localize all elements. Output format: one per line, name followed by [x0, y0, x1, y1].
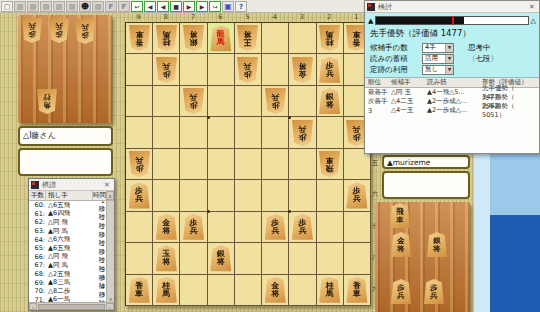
square-8-8[interactable]: 玉将	[153, 243, 180, 274]
shogi-piece-歩兵[interactable]: 歩兵	[265, 214, 286, 240]
analysis-titlebar[interactable]: 検討 ✕	[365, 1, 539, 13]
square-5-9[interactable]	[235, 275, 262, 306]
file-label: 4	[261, 13, 288, 22]
square-7-3[interactable]: 歩兵	[180, 86, 207, 117]
square-9-1[interactable]: 香車	[126, 23, 153, 54]
piece-char-top: 桂	[326, 38, 334, 46]
square-2-5[interactable]: 飛車	[317, 149, 344, 180]
square-2-4[interactable]	[317, 117, 344, 148]
kifu-header-move: 指し手	[46, 191, 93, 200]
desktop-background-blue	[490, 215, 540, 312]
shogi-piece-歩兵[interactable]: 歩兵	[319, 57, 340, 83]
piece-char-top: 歩	[81, 32, 89, 39]
piece-char-bottom: 馬	[217, 38, 225, 46]
square-3-7[interactable]: 歩兵	[289, 212, 316, 243]
square-7-4[interactable]	[180, 117, 207, 148]
piece-char-bottom: 車	[353, 290, 361, 298]
shogi-piece-金将[interactable]: 金将	[292, 57, 313, 83]
piece-char-bottom: 将	[162, 258, 170, 266]
piece-char-bottom: 車	[135, 30, 143, 38]
kifu-header-row: 手数 指し手 時間 ∧	[29, 191, 114, 201]
square-6-3[interactable]	[208, 86, 235, 117]
square-2-9[interactable]: 桂馬	[317, 275, 344, 306]
square-9-3[interactable]	[126, 86, 153, 117]
piece-char-top: 歩	[135, 164, 143, 172]
chevron-down-icon: ▼	[445, 66, 453, 74]
kifu-move-number: 69:	[29, 279, 45, 287]
square-2-1[interactable]: 桂馬	[317, 23, 344, 54]
shogi-piece-歩兵[interactable]: 歩兵	[129, 182, 150, 208]
square-8-5[interactable]	[153, 149, 180, 180]
board-edit-button[interactable]: ▨	[40, 1, 52, 12]
gote-hand-piece-角行[interactable]: 角行	[37, 89, 57, 114]
open-file-button[interactable]: ▨	[14, 1, 26, 12]
piece-char-top: 歩	[162, 70, 170, 78]
candidates-count-label: 候補手の数	[370, 43, 422, 53]
square-5-8[interactable]	[235, 243, 262, 274]
shogi-piece-歩兵[interactable]: 歩兵	[129, 151, 150, 177]
kifu-header-moveno: 手数	[29, 191, 46, 200]
scroll-up-icon[interactable]: ∧	[106, 191, 114, 200]
square-9-2[interactable]	[126, 54, 153, 85]
gote-name: △I藤さん	[23, 131, 56, 140]
shogi-piece-歩兵[interactable]: 歩兵	[237, 57, 258, 83]
square-7-1[interactable]: 銀将	[180, 23, 207, 54]
square-7-9[interactable]	[180, 275, 207, 306]
scroll-right-icon[interactable]: ›	[106, 303, 114, 310]
kifu-move-number: 67:	[29, 261, 45, 269]
setting-memory: 読みの蓄積 活用 ▼ 〈七段〉	[365, 53, 539, 64]
candidate-move: △4二玉	[391, 97, 427, 106]
shogi-piece-歩兵[interactable]: 歩兵	[183, 88, 204, 114]
piece-char-bottom: 行	[43, 94, 51, 101]
square-6-7[interactable]	[208, 212, 235, 243]
shogi-piece-歩兵[interactable]: 歩兵	[156, 57, 177, 83]
kifu-move-number: 61:	[29, 210, 45, 218]
piece-char-top: 銀	[433, 237, 441, 244]
square-5-4[interactable]	[235, 117, 262, 148]
square-9-7[interactable]	[126, 212, 153, 243]
square-4-6[interactable]	[262, 180, 289, 211]
piece-char-bottom: 将	[433, 245, 441, 252]
file-label: 6	[207, 13, 234, 22]
piece-char-bottom: 将	[271, 290, 279, 298]
shogi-piece-龍馬[interactable]: 龍馬	[210, 25, 231, 51]
piece-char-bottom: 兵	[81, 24, 89, 31]
kifu-move-text: ▲6一馬	[45, 295, 97, 302]
square-3-9[interactable]	[289, 275, 316, 306]
nav-back10-button[interactable]: ◀	[144, 1, 156, 12]
piece-char-top: 香	[353, 38, 361, 46]
candidate-row[interactable]: 3△4一玉▲2一歩成△…先手勝勢（ 5051）	[365, 106, 539, 115]
gote-hand-piece-歩兵[interactable]: 歩兵	[22, 18, 42, 43]
nav-forward-button[interactable]: ▶	[183, 1, 195, 12]
candidate-rank: 最善手	[365, 88, 391, 97]
shogi-piece-銀将[interactable]: 銀将	[183, 25, 204, 51]
piece-char-bottom: 馬	[162, 30, 170, 38]
sente-hand-piece-金将[interactable]: 金将	[391, 232, 411, 257]
kifu-move-number: 63:	[29, 227, 45, 235]
piece-char-bottom: 兵	[135, 156, 143, 164]
shogi-piece-歩兵[interactable]: 歩兵	[292, 120, 313, 146]
kifu-rows: 60:△6五飛1秒61:▲6四飛1秒62:△同 飛1秒63:▲同 馬1秒64:△…	[29, 201, 114, 302]
square-2-3[interactable]: 銀将	[317, 86, 344, 117]
file-label: 3	[288, 13, 315, 22]
shogi-piece-香車[interactable]: 香車	[129, 25, 150, 51]
piece-char-bottom: 車	[353, 30, 361, 38]
square-8-1[interactable]: 桂馬	[153, 23, 180, 54]
candidate-eval: 先手勝勢（ 5051）	[482, 102, 539, 120]
square-6-6[interactable]	[208, 180, 235, 211]
shogi-piece-玉将[interactable]: 玉将	[156, 245, 177, 271]
square-1-9[interactable]: 香車	[344, 275, 371, 306]
square-9-5[interactable]: 歩兵	[126, 149, 153, 180]
square-2-6[interactable]	[317, 180, 344, 211]
piece-char-bottom: 将	[190, 30, 198, 38]
piece-char-bottom: 兵	[55, 23, 63, 30]
gote-hand-piece-歩兵[interactable]: 歩兵	[75, 19, 95, 44]
square-2-2[interactable]: 歩兵	[317, 54, 344, 85]
kifu-move-number: 71:	[29, 296, 45, 302]
shogi-piece-歩兵[interactable]: 歩兵	[346, 182, 367, 208]
square-3-8[interactable]	[289, 243, 316, 274]
sente-komadai: 飛車金将銀将歩兵歩兵	[375, 202, 470, 312]
square-6-2[interactable]	[208, 54, 235, 85]
piece-char-bottom: 兵	[353, 196, 361, 204]
board-star-point	[207, 210, 210, 213]
square-3-2[interactable]: 金将	[289, 54, 316, 85]
candidate-move: △同 玉	[391, 88, 427, 97]
candidate-table: 順位 候補手 読み筋 形勢（評価値） 最善手△同 玉▲4一飛△5…先手優勢（ 1…	[365, 77, 539, 153]
square-8-4[interactable]	[153, 117, 180, 148]
setting-joseki: 定跡の利用 無し ▼	[365, 64, 539, 75]
piece-char-top: 歩	[430, 284, 438, 291]
shogi-piece-桂馬[interactable]: 桂馬	[319, 277, 340, 303]
square-8-9[interactable]: 桂馬	[153, 275, 180, 306]
candidate-pv: ▲2一歩成△…	[427, 106, 482, 115]
kifu-window-title: 棋譜	[42, 180, 102, 190]
piece-char-bottom: 兵	[135, 196, 143, 204]
joseki-use-select[interactable]: 無し ▼	[422, 65, 454, 75]
square-6-8[interactable]: 銀将	[208, 243, 235, 274]
board-star-point	[207, 116, 210, 119]
hint-button[interactable]: ▨	[92, 1, 104, 12]
square-5-7[interactable]	[235, 212, 262, 243]
piece-char-bottom: 将	[217, 258, 225, 266]
piece-char-bottom: 兵	[271, 93, 279, 101]
gote-komadai: 歩兵歩兵歩兵角行	[18, 15, 112, 123]
kifu-header-time: 時間	[93, 191, 106, 200]
shogi-piece-桂馬[interactable]: 桂馬	[156, 277, 177, 303]
analysis-window-icon	[367, 3, 375, 11]
square-4-7[interactable]: 歩兵	[262, 212, 289, 243]
square-7-7[interactable]: 歩兵	[180, 212, 207, 243]
piece-char-top: 王	[244, 38, 252, 46]
square-5-5[interactable]	[235, 149, 262, 180]
analysis-window-button[interactable]: ▣	[222, 1, 234, 12]
piece-char-top: 歩	[244, 70, 252, 78]
board-grid: 香車桂馬銀将龍馬王将桂馬香車歩兵歩兵金将歩兵歩兵歩兵銀将歩兵歩兵歩兵飛車歩兵歩兵…	[125, 22, 371, 306]
square-9-8[interactable]	[126, 243, 153, 274]
piece-char-top: 歩	[298, 133, 306, 141]
nav-last-button[interactable]: ↪	[209, 1, 221, 12]
piece-char-bottom: 車	[135, 290, 143, 298]
piece-char-bottom: 馬	[326, 290, 334, 298]
read-accumulate-label: 読みの蓄積	[370, 54, 422, 64]
close-icon[interactable]: ✕	[527, 3, 537, 11]
square-3-5[interactable]	[289, 149, 316, 180]
close-icon[interactable]: ✕	[102, 181, 112, 189]
engine-rank: 〈七段〉	[468, 54, 498, 64]
square-8-7[interactable]: 金将	[153, 212, 180, 243]
square-6-4[interactable]	[208, 117, 235, 148]
shogi-piece-王将[interactable]: 王将	[237, 25, 258, 51]
candidate-rank: 3	[365, 107, 391, 115]
piece-char-top: 歩	[397, 284, 405, 291]
flip-board-button[interactable]: F	[105, 1, 117, 12]
square-8-2[interactable]: 歩兵	[153, 54, 180, 85]
engine-button[interactable]: ☻	[79, 1, 91, 12]
sente-hand-piece-歩兵[interactable]: 歩兵	[424, 279, 444, 304]
shogi-piece-桂馬[interactable]: 桂馬	[156, 25, 177, 51]
board-star-point	[288, 116, 291, 119]
eval-bar-row: ▲ △	[365, 13, 539, 26]
kifu-move-number: 64:	[29, 236, 45, 244]
square-3-1[interactable]	[289, 23, 316, 54]
piece-char-bottom: 将	[397, 245, 405, 252]
piece-char-top: 歩	[28, 31, 36, 38]
board-star-point	[288, 210, 291, 213]
file-label: 2	[316, 13, 343, 22]
kifu-move-number: 70:	[29, 287, 45, 295]
scroll-left-icon[interactable]: ‹	[29, 303, 37, 310]
kifu-titlebar[interactable]: 棋譜 ✕	[29, 179, 114, 191]
kifu-horizontal-scrollbar[interactable]: ‹ ›	[29, 302, 114, 310]
joseki-use-label: 定跡の利用	[370, 65, 422, 75]
piece-char-top: 歩	[271, 101, 279, 109]
sente-hand-piece-銀将[interactable]: 銀将	[427, 232, 447, 257]
square-4-8[interactable]	[262, 243, 289, 274]
gote-name-plate: △I藤さん	[18, 126, 113, 146]
screen: ▢▨▨▨▨▨☻▨FF↩◀◀■▶▶↪▣? 歩兵歩兵歩兵角行 △I藤さん 98765…	[0, 0, 540, 312]
square-1-6[interactable]: 歩兵	[344, 180, 371, 211]
engine-status: 思考中	[468, 43, 491, 53]
kifu-window: 棋譜 ✕ 手数 指し手 時間 ∧ 60:△6五飛1秒61:▲6四飛1秒62:△同…	[28, 178, 115, 311]
piece-char-bottom: 兵	[430, 292, 438, 299]
square-6-9[interactable]	[208, 275, 235, 306]
piece-char-top: 歩	[55, 31, 63, 38]
kifu-move-number: 60:	[29, 201, 45, 209]
piece-char-bottom: 兵	[271, 227, 279, 235]
setting-candidates: 候補手の数 4手 ▼ 思考中	[365, 42, 539, 53]
square-2-7[interactable]	[317, 212, 344, 243]
piece-char-top: 金	[397, 237, 405, 244]
sente-hand-piece-飛車[interactable]: 飛車	[390, 203, 410, 228]
shogi-piece-桂馬[interactable]: 桂馬	[319, 25, 340, 51]
piece-char-bottom: 馬	[326, 30, 334, 38]
nav-forward10-button[interactable]: ▶	[196, 1, 208, 12]
piece-char-bottom: 兵	[353, 125, 361, 133]
piece-char-bottom: 兵	[326, 70, 334, 78]
square-9-9[interactable]: 香車	[126, 275, 153, 306]
square-8-3[interactable]	[153, 86, 180, 117]
square-5-1[interactable]: 王将	[235, 23, 262, 54]
candidate-move: △4一玉	[391, 106, 427, 115]
eval-bar	[375, 16, 528, 25]
piece-char-top: 金	[298, 70, 306, 78]
square-3-4[interactable]: 歩兵	[289, 117, 316, 148]
piece-char-bottom: 将	[326, 101, 334, 109]
shogi-piece-香車[interactable]: 香車	[346, 277, 367, 303]
shogi-piece-歩兵[interactable]: 歩兵	[265, 88, 286, 114]
square-7-6[interactable]	[180, 180, 207, 211]
piece-char-bottom: 将	[298, 62, 306, 70]
square-4-1[interactable]	[262, 23, 289, 54]
piece-char-top: 歩	[353, 133, 361, 141]
piece-char-bottom: 兵	[190, 227, 198, 235]
read-accumulate-select[interactable]: 活用 ▼	[422, 54, 454, 64]
piece-char-bottom: 兵	[298, 227, 306, 235]
candidate-table-body: 最善手△同 玉▲4一飛△5…先手優勢（ 1477）次善手△4二玉▲2一歩成△…先…	[365, 88, 539, 115]
square-5-2[interactable]: 歩兵	[235, 54, 262, 85]
piece-char-top: 銀	[190, 38, 198, 46]
candidates-count-select[interactable]: 4手 ▼	[422, 43, 454, 53]
square-4-5[interactable]	[262, 149, 289, 180]
piece-char-top: 桂	[162, 38, 170, 46]
comment-button[interactable]: F	[118, 1, 130, 12]
square-5-6[interactable]	[235, 180, 262, 211]
game-pause-button[interactable]: ▨	[66, 1, 78, 12]
kifu-move-number: 66:	[29, 253, 45, 261]
advantage-text: 先手優勢（評価値 1477）	[365, 26, 539, 42]
square-4-2[interactable]	[262, 54, 289, 85]
piece-char-bottom: 兵	[190, 93, 198, 101]
square-4-9[interactable]: 金将	[262, 275, 289, 306]
square-3-6[interactable]	[289, 180, 316, 211]
sente-name-plate: ▲murizeme	[382, 155, 470, 169]
kifu-move-number: 68:	[29, 270, 45, 278]
piece-char-bottom: 兵	[162, 62, 170, 70]
sente-time-plate	[382, 171, 470, 199]
kifu-move-number: 62:	[29, 218, 45, 226]
piece-char-top: 角	[43, 102, 51, 109]
shogi-piece-歩兵[interactable]: 歩兵	[183, 214, 204, 240]
analysis-window-title: 検討	[378, 2, 527, 12]
piece-char-top: 香	[135, 38, 143, 46]
shogi-piece-歩兵[interactable]: 歩兵	[292, 214, 313, 240]
square-5-3[interactable]	[235, 86, 262, 117]
square-7-8[interactable]	[180, 243, 207, 274]
gote-time-plate	[18, 148, 113, 176]
kifu-row[interactable]: 71:▲6一馬3秒	[29, 296, 114, 302]
piece-char-top: 歩	[190, 101, 198, 109]
piece-char-bottom: 兵	[298, 125, 306, 133]
sente-name: ▲murizeme	[387, 158, 430, 167]
sente-mark: ▲	[368, 17, 373, 25]
square-6-5[interactable]	[208, 149, 235, 180]
candidate-pv: ▲2一歩成△…	[427, 97, 482, 106]
kifu-window-icon	[31, 181, 39, 189]
square-9-6[interactable]: 歩兵	[126, 180, 153, 211]
square-6-1[interactable]: 龍馬	[208, 23, 235, 54]
candidate-rank: 次善手	[365, 97, 391, 106]
gote-mark: △	[531, 17, 536, 25]
sente-hand-piece-歩兵[interactable]: 歩兵	[391, 279, 411, 304]
shogi-piece-銀将[interactable]: 銀将	[210, 245, 231, 271]
square-3-3[interactable]	[289, 86, 316, 117]
piece-char-bottom: 兵	[28, 23, 36, 30]
nav-back-button[interactable]: ◀	[157, 1, 169, 12]
kifu-vertical-scrollbar[interactable]: ∨	[106, 201, 114, 302]
piece-char-bottom: 車	[396, 216, 404, 223]
file-labels: 987654321	[125, 13, 371, 22]
scrollbar-thumb[interactable]	[38, 304, 105, 310]
candidate-pv: ▲4一飛△5…	[427, 88, 482, 97]
piece-char-top: 飛	[326, 164, 334, 172]
square-1-8[interactable]	[344, 243, 371, 274]
shogi-piece-金将[interactable]: 金将	[156, 214, 177, 240]
game-start-button[interactable]: ▨	[53, 1, 65, 12]
square-2-8[interactable]	[317, 243, 344, 274]
piece-char-bottom: 車	[326, 156, 334, 164]
analysis-window: 検討 ✕ ▲ △ 先手優勢（評価値 1477） 候補手の数 4手 ▼ 思考中 読…	[364, 0, 540, 154]
eval-bar-center-tick	[452, 16, 454, 25]
file-label: 7	[179, 13, 206, 22]
square-8-6[interactable]	[153, 180, 180, 211]
shogi-piece-金将[interactable]: 金将	[265, 277, 286, 303]
eval-bar-fill	[376, 17, 464, 24]
square-4-3[interactable]: 歩兵	[262, 86, 289, 117]
shogi-piece-銀将[interactable]: 銀将	[319, 88, 340, 114]
square-9-4[interactable]	[126, 117, 153, 148]
piece-char-bottom: 将	[244, 30, 252, 38]
square-7-5[interactable]	[180, 149, 207, 180]
piece-char-top: 飛	[396, 208, 404, 215]
kifu-move-number: 65:	[29, 244, 45, 252]
chevron-down-icon: ▼	[445, 55, 453, 63]
shogi-piece-香車[interactable]: 香車	[129, 277, 150, 303]
chevron-down-icon: ▼	[445, 44, 453, 52]
piece-char-bottom: 将	[162, 227, 170, 235]
square-4-4[interactable]	[262, 117, 289, 148]
nav-first-button[interactable]: ↩	[131, 1, 143, 12]
file-label: 5	[234, 13, 261, 22]
square-7-2[interactable]	[180, 54, 207, 85]
gote-hand-piece-歩兵[interactable]: 歩兵	[49, 18, 69, 43]
scroll-down-icon[interactable]: ∨	[107, 296, 114, 302]
piece-char-bottom: 兵	[244, 62, 252, 70]
file-label: 8	[152, 13, 179, 22]
square-1-7[interactable]	[344, 212, 371, 243]
piece-char-bottom: 馬	[162, 290, 170, 298]
new-file-button[interactable]: ▢	[1, 1, 13, 12]
save-file-button[interactable]: ▨	[27, 1, 39, 12]
piece-char-bottom: 兵	[397, 292, 405, 299]
file-label: 9	[125, 13, 152, 22]
nav-stop-button[interactable]: ■	[170, 1, 182, 12]
help-button[interactable]: ?	[235, 1, 247, 12]
shogi-piece-飛車[interactable]: 飛車	[319, 151, 340, 177]
